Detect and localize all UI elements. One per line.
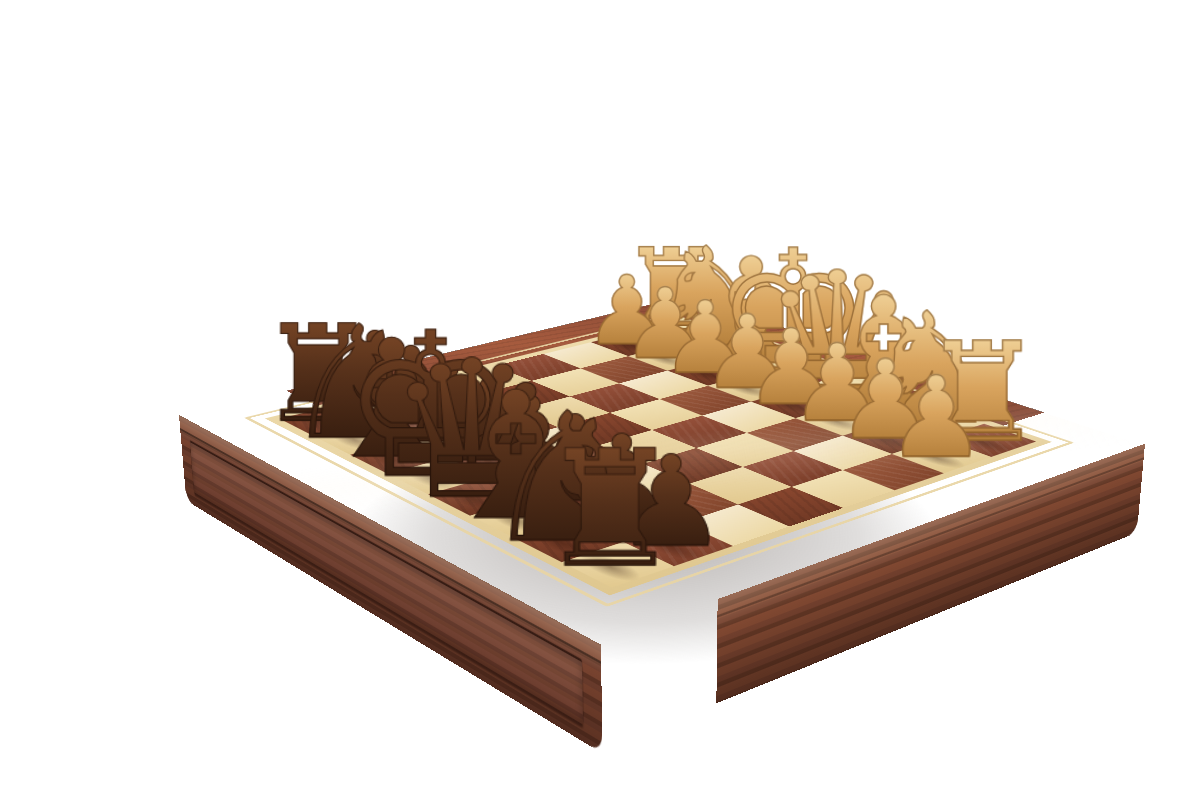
square-c3[interactable] — [747, 418, 843, 451]
photo-background: ♜♞♝♚♛♝♞♜♟♟♟♟♟♟♟♟♟♟♟♟♟♟♟♟♜♞♝♚♛♝♞♜ — [0, 0, 1200, 800]
chess-box: ♜♞♝♚♛♝♞♜♟♟♟♟♟♟♟♟♟♟♟♟♟♟♟♟♜♞♝♚♛♝♞♜ — [181, 296, 1142, 643]
piece-white-pawn[interactable]: ♟ — [886, 361, 986, 473]
piece-black-rook[interactable]: ♜ — [539, 429, 682, 589]
